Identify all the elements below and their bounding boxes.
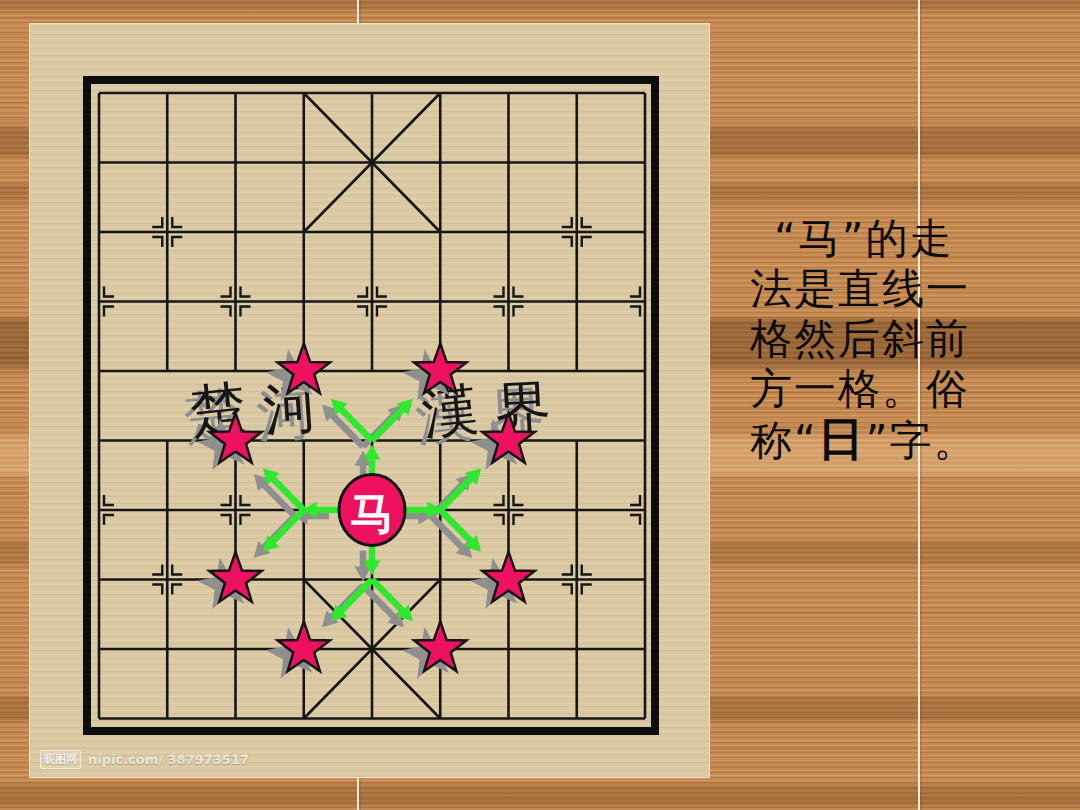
caption-line-1: “马”的走: [750, 214, 1010, 264]
slide: 楚 楚 河 河 漢 漢 界 界: [0, 0, 1080, 810]
caption-text: “马”的走 法是直线一 格然后斜前 方一格。俗 称“日”字。: [750, 214, 1010, 466]
horse-piece: 马: [339, 475, 405, 546]
watermark-url: nipic.com/ 387973517: [88, 752, 249, 767]
caption-line-2: 法是直线一: [750, 264, 1010, 314]
caption-line-3: 格然后斜前: [750, 314, 1010, 364]
board-card: 楚 楚 河 河 漢 漢 界 界: [29, 23, 710, 778]
caption-line-4: 方一格。俗: [750, 364, 1010, 414]
watermark-logo: 昵图网: [40, 750, 81, 769]
watermark: 昵图网 nipic.com/ 387973517: [40, 749, 249, 769]
xiangqi-board: 楚 楚 河 河 漢 漢 界 界: [30, 24, 711, 779]
horse-label: 马: [350, 488, 394, 539]
board-grid: [99, 93, 645, 719]
caption-line-5: 称“日”字。: [750, 414, 1010, 466]
bold-ri-character: 日: [818, 412, 866, 466]
